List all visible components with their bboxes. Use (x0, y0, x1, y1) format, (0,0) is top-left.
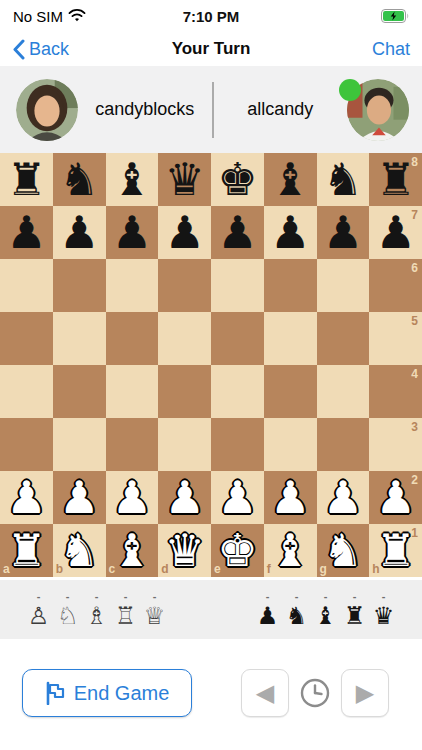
chat-button[interactable]: Chat (372, 39, 410, 60)
piece-white-b: ♝ (112, 524, 152, 577)
square-c6[interactable] (106, 259, 159, 312)
piece-white-k: ♚ (217, 524, 257, 577)
piece-white-n: ♞ (323, 524, 363, 577)
file-label-a: a (3, 563, 10, 575)
piece-black-k: ♚ (217, 153, 257, 206)
piece-black-p: ♟ (375, 206, 415, 259)
bottom-controls: End Game ◀ ▶ (0, 669, 422, 717)
square-d2[interactable]: ♟ (158, 471, 211, 524)
player-name-left: candyblocks (78, 99, 212, 120)
square-d7[interactable]: ♟ (158, 206, 211, 259)
square-c5[interactable] (106, 312, 159, 365)
piece-black-p: ♟ (323, 206, 363, 259)
captured-white-bishop: -♗ (86, 590, 107, 630)
captured-count: - (95, 590, 99, 602)
square-c7[interactable]: ♟ (106, 206, 159, 259)
captured-count: - (382, 590, 386, 602)
avatar-left (16, 79, 78, 141)
square-e6[interactable] (211, 259, 264, 312)
pawn-icon: ♙ (28, 602, 50, 630)
square-b5[interactable] (53, 312, 106, 365)
square-f6[interactable] (264, 259, 317, 312)
captured-black-knight: -♞ (286, 590, 307, 630)
flag-icon (45, 681, 65, 705)
end-game-button[interactable]: End Game (22, 669, 192, 717)
captured-pieces-band: -♙-♘-♗-♖-♕ -♟-♞-♝-♜-♛ (0, 580, 422, 639)
square-b8[interactable]: ♞ (53, 153, 106, 206)
queen-icon: ♛ (373, 602, 395, 630)
captured-count: - (353, 590, 357, 602)
square-f2[interactable]: ♟ (264, 471, 317, 524)
square-d1[interactable]: ♛d (158, 524, 211, 577)
square-d6[interactable] (158, 259, 211, 312)
piece-white-p: ♟ (323, 471, 363, 524)
rank-label-5: 5 (411, 315, 418, 327)
square-e4[interactable] (211, 365, 264, 418)
file-label-d: d (161, 563, 168, 575)
square-d3[interactable] (158, 418, 211, 471)
square-b6[interactable] (53, 259, 106, 312)
piece-black-p: ♟ (59, 206, 99, 259)
square-e7[interactable]: ♟ (211, 206, 264, 259)
rook-icon: ♜ (344, 602, 366, 630)
next-move-button[interactable]: ▶ (341, 669, 389, 717)
captured-white-knight: -♘ (57, 590, 78, 630)
square-g1[interactable]: ♞g (317, 524, 370, 577)
captured-count: - (124, 590, 128, 602)
square-c4[interactable] (106, 365, 159, 418)
square-g3[interactable] (317, 418, 370, 471)
file-label-b: b (56, 563, 63, 575)
captured-black-pawn: -♟ (257, 590, 278, 630)
bishop-icon: ♗ (86, 602, 108, 630)
rank-label-8: 8 (411, 156, 418, 168)
rank-label-6: 6 (411, 262, 418, 274)
end-game-label: End Game (74, 682, 170, 705)
prev-move-button[interactable]: ◀ (241, 669, 289, 717)
square-f4[interactable] (264, 365, 317, 418)
pawn-icon: ♟ (257, 602, 279, 630)
rank-label-1: 1 (411, 527, 418, 539)
rank-label-3: 3 (411, 421, 418, 433)
square-a5[interactable] (0, 312, 53, 365)
square-d5[interactable] (158, 312, 211, 365)
avatar-right-wrap (347, 79, 409, 141)
piece-white-r: ♜ (375, 524, 415, 577)
knight-icon: ♞ (286, 602, 308, 630)
file-label-e: e (214, 563, 221, 575)
piece-black-b: ♝ (270, 153, 310, 206)
square-e2[interactable]: ♟ (211, 471, 264, 524)
square-a7[interactable]: ♟ (0, 206, 53, 259)
square-a1[interactable]: ♜a (0, 524, 53, 577)
square-a2[interactable]: ♟ (0, 471, 53, 524)
piece-white-r: ♜ (6, 524, 46, 577)
file-label-h: h (372, 563, 379, 575)
prev-arrow-icon: ◀ (256, 681, 274, 705)
rank-label-7: 7 (411, 209, 418, 221)
square-f3[interactable] (264, 418, 317, 471)
square-a6[interactable] (0, 259, 53, 312)
square-h8[interactable]: ♜8 (369, 153, 422, 206)
captured-tray-white: -♙-♘-♗-♖-♕ (28, 590, 165, 630)
piece-white-p: ♟ (375, 471, 415, 524)
square-h7[interactable]: ♟7 (369, 206, 422, 259)
square-h5[interactable]: 5 (369, 312, 422, 365)
captured-count: - (266, 590, 270, 602)
square-d4[interactable] (158, 365, 211, 418)
piece-black-p: ♟ (217, 206, 257, 259)
captured-tray-black: -♟-♞-♝-♜-♛ (257, 590, 394, 630)
square-f1[interactable]: ♝f (264, 524, 317, 577)
square-g8[interactable]: ♞ (317, 153, 370, 206)
status-bar: No SIM 7:10 PM (0, 0, 422, 32)
chess-board: ♜♞♝♛♚♝♞♜8♟♟♟♟♟♟♟♟76543♟♟♟♟♟♟♟♟2♜a♞b♝c♛d♚… (0, 153, 422, 577)
piece-white-q: ♛ (164, 524, 204, 577)
square-b3[interactable] (53, 418, 106, 471)
square-b1[interactable]: ♞b (53, 524, 106, 577)
piece-white-p: ♟ (164, 471, 204, 524)
square-e8[interactable]: ♚ (211, 153, 264, 206)
square-f5[interactable] (264, 312, 317, 365)
piece-black-p: ♟ (270, 206, 310, 259)
square-c1[interactable]: ♝c (106, 524, 159, 577)
piece-white-p: ♟ (59, 471, 99, 524)
square-h3[interactable]: 3 (369, 418, 422, 471)
rank-label-2: 2 (411, 474, 418, 486)
piece-black-n: ♞ (323, 153, 363, 206)
captured-black-queen: -♛ (373, 590, 394, 630)
square-a3[interactable] (0, 418, 53, 471)
square-f8[interactable]: ♝ (264, 153, 317, 206)
captured-white-rook: -♖ (115, 590, 136, 630)
square-c2[interactable]: ♟ (106, 471, 159, 524)
move-step-group: ◀ ▶ (241, 669, 389, 717)
piece-black-r: ♜ (375, 153, 415, 206)
captured-black-bishop: -♝ (315, 590, 336, 630)
square-b2[interactable]: ♟ (53, 471, 106, 524)
square-h6[interactable]: 6 (369, 259, 422, 312)
captured-count: - (37, 590, 41, 602)
back-button[interactable]: Back (12, 39, 69, 60)
square-e1[interactable]: ♚e (211, 524, 264, 577)
square-c8[interactable]: ♝ (106, 153, 159, 206)
captured-black-rook: -♜ (344, 590, 365, 630)
back-label: Back (29, 39, 69, 60)
square-g5[interactable] (317, 312, 370, 365)
nav-bar: Back Your Turn Chat (0, 32, 422, 66)
file-label-f: f (267, 563, 271, 575)
square-c3[interactable] (106, 418, 159, 471)
rank-label-4: 4 (411, 368, 418, 380)
square-h2[interactable]: ♟2 (369, 471, 422, 524)
square-b4[interactable] (53, 365, 106, 418)
player-name-right: allcandy (214, 99, 348, 120)
time-label: 7:10 PM (0, 8, 422, 25)
square-e3[interactable] (211, 418, 264, 471)
piece-black-p: ♟ (6, 206, 46, 259)
piece-black-b: ♝ (112, 153, 152, 206)
piece-black-q: ♛ (164, 153, 204, 206)
rook-icon: ♖ (115, 602, 137, 630)
captured-count: - (295, 590, 299, 602)
captured-count: - (66, 590, 70, 602)
square-g4[interactable] (317, 365, 370, 418)
players-band: candyblocks allcandy (0, 66, 422, 153)
knight-icon: ♘ (57, 602, 79, 630)
piece-black-p: ♟ (112, 206, 152, 259)
online-status-dot (339, 79, 361, 101)
piece-white-n: ♞ (59, 524, 99, 577)
piece-white-p: ♟ (112, 471, 152, 524)
captured-white-pawn: -♙ (28, 590, 49, 630)
square-a8[interactable]: ♜ (0, 153, 53, 206)
bishop-icon: ♝ (315, 602, 337, 630)
file-label-c: c (109, 563, 116, 575)
square-e5[interactable] (211, 312, 264, 365)
piece-black-r: ♜ (6, 153, 46, 206)
square-h4[interactable]: 4 (369, 365, 422, 418)
clock-icon[interactable] (300, 678, 330, 708)
piece-white-p: ♟ (6, 471, 46, 524)
queen-icon: ♕ (144, 602, 166, 630)
captured-white-queen: -♕ (144, 590, 165, 630)
piece-white-b: ♝ (270, 524, 310, 577)
piece-black-p: ♟ (164, 206, 204, 259)
file-label-g: g (320, 563, 327, 575)
piece-white-p: ♟ (217, 471, 257, 524)
piece-black-n: ♞ (59, 153, 99, 206)
captured-count: - (153, 590, 157, 602)
square-g7[interactable]: ♟ (317, 206, 370, 259)
square-d8[interactable]: ♛ (158, 153, 211, 206)
piece-white-p: ♟ (270, 471, 310, 524)
square-h1[interactable]: ♜1h (369, 524, 422, 577)
square-g6[interactable] (317, 259, 370, 312)
square-f7[interactable]: ♟ (264, 206, 317, 259)
next-arrow-icon: ▶ (356, 681, 374, 705)
captured-count: - (324, 590, 328, 602)
square-b7[interactable]: ♟ (53, 206, 106, 259)
chevron-left-icon (12, 39, 25, 60)
square-g2[interactable]: ♟ (317, 471, 370, 524)
square-a4[interactable] (0, 365, 53, 418)
